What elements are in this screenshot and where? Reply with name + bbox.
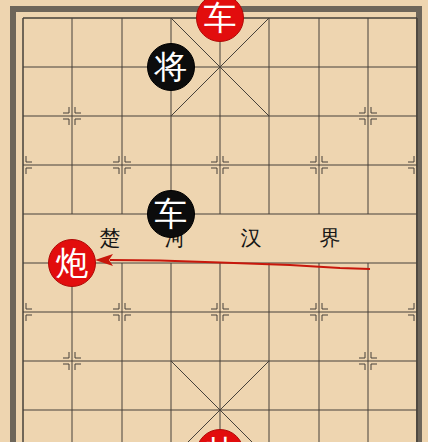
move-arrow-line (110, 260, 370, 269)
xiangqi-app-window: 楚 河 汉 界 车将车炮帅 (0, 0, 428, 442)
move-arrow (0, 0, 428, 442)
